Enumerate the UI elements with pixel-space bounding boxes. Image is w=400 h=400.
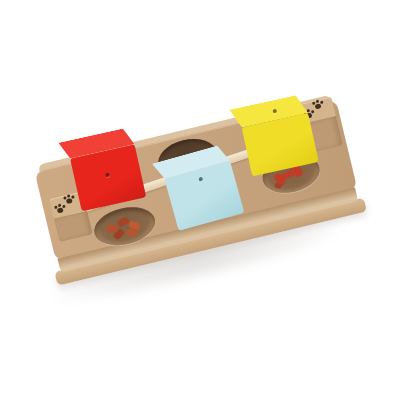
paw-print-icon <box>66 198 73 204</box>
kibble-treat <box>117 216 130 227</box>
kibble-treat <box>126 228 138 236</box>
kibble-treat <box>274 183 282 189</box>
paw-print-icon <box>315 103 322 109</box>
yellow-slider-block <box>237 93 303 108</box>
red-slider-block <box>66 127 130 141</box>
treat-puzzle-toy <box>31 84 367 302</box>
product-photo-background <box>0 0 400 400</box>
paw-print-icon <box>57 207 64 213</box>
